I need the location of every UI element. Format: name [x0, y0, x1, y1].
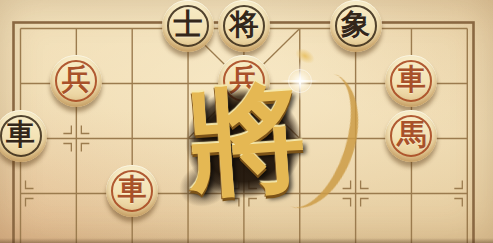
piece-red-chariot-b[interactable]: 車: [106, 164, 158, 216]
check-text: 將: [183, 76, 309, 202]
xiangqi-board: 士将象車兵兵車馬車 將: [0, 0, 493, 243]
piece-black-general[interactable]: 将: [218, 0, 270, 51]
piece-red-chariot-a[interactable]: 車: [385, 54, 437, 106]
piece-glyph: 車: [6, 120, 35, 149]
piece-glyph: 象: [341, 10, 370, 39]
piece-black-advisor[interactable]: 士: [162, 0, 214, 51]
piece-red-soldier-a[interactable]: 兵: [50, 54, 102, 106]
piece-black-elephant[interactable]: 象: [330, 0, 382, 51]
piece-glyph: 将: [229, 10, 258, 39]
piece-red-horse[interactable]: 馬: [385, 109, 437, 161]
piece-glyph: 馬: [397, 120, 426, 149]
piece-glyph: 車: [397, 65, 426, 94]
piece-glyph: 車: [118, 175, 147, 204]
piece-glyph: 兵: [62, 65, 91, 94]
piece-glyph: 士: [174, 10, 203, 39]
